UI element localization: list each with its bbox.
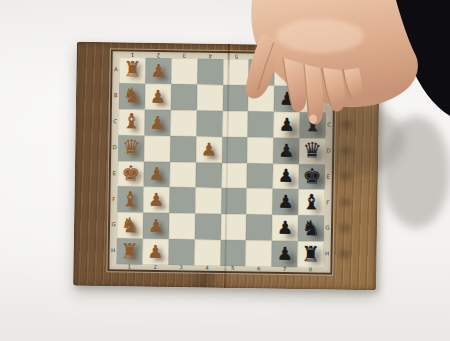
knuckle-highlight (276, 19, 364, 53)
fingernail (309, 114, 317, 123)
hand-overlay (0, 0, 450, 341)
table-surface: ABCDEFGH ABCDEFGH 12345678 12345678 ♜♟♟♜… (0, 0, 450, 341)
arm-shadow-on-table (382, 116, 450, 228)
thumb (246, 34, 276, 98)
